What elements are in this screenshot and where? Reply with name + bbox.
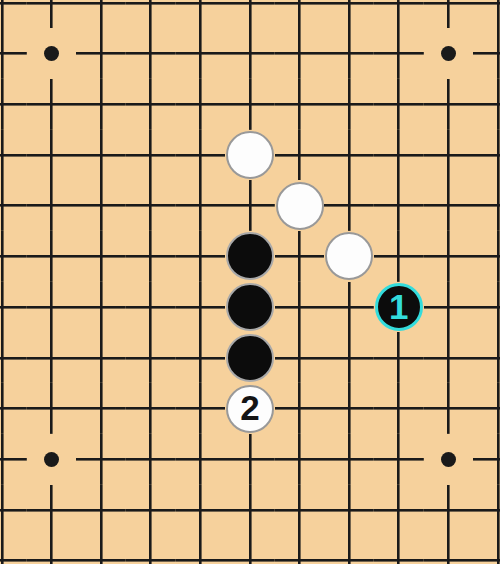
board-intersection[interactable]	[473, 180, 500, 231]
board-intersection[interactable]	[0, 130, 27, 181]
board-intersection[interactable]	[324, 383, 374, 434]
board-intersection[interactable]	[374, 485, 424, 536]
board-intersection[interactable]	[76, 332, 126, 383]
board-intersection[interactable]	[374, 0, 424, 28]
board-intersection[interactable]	[424, 0, 474, 28]
board-intersection[interactable]	[27, 79, 77, 130]
board-intersection[interactable]	[225, 0, 275, 28]
board-intersection[interactable]	[324, 28, 374, 79]
board-intersection[interactable]	[27, 231, 77, 282]
board-intersection[interactable]	[126, 282, 176, 333]
go-board: 12	[0, 0, 500, 564]
board-intersection[interactable]	[126, 79, 176, 130]
black-stone[interactable]	[226, 334, 274, 382]
board-intersection[interactable]	[76, 231, 126, 282]
board-intersection[interactable]	[324, 180, 374, 231]
board-intersection[interactable]	[424, 332, 474, 383]
board-intersection[interactable]	[126, 434, 176, 485]
board-intersection[interactable]	[275, 79, 325, 130]
star-point	[441, 452, 456, 467]
board-intersection[interactable]	[76, 383, 126, 434]
board-intersection[interactable]	[424, 282, 474, 333]
board-intersection[interactable]	[126, 0, 176, 28]
board-intersection[interactable]	[76, 130, 126, 181]
board-intersection[interactable]	[424, 231, 474, 282]
board-intersection[interactable]	[424, 535, 474, 564]
board-intersection[interactable]	[76, 282, 126, 333]
board-intersection[interactable]	[324, 79, 374, 130]
board-intersection[interactable]	[0, 282, 27, 333]
board-intersection[interactable]	[76, 434, 126, 485]
board-intersection[interactable]	[324, 332, 374, 383]
board-intersection[interactable]	[176, 79, 226, 130]
board-intersection[interactable]	[473, 332, 500, 383]
board-intersection[interactable]	[225, 180, 275, 231]
board-intersection[interactable]	[324, 282, 374, 333]
board-intersection[interactable]	[324, 485, 374, 536]
stone-move-label: 2	[240, 390, 259, 425]
board-intersection[interactable]	[176, 383, 226, 434]
board-intersection[interactable]	[176, 282, 226, 333]
board-intersection[interactable]	[27, 130, 77, 181]
board-intersection[interactable]	[275, 434, 325, 485]
board-intersection[interactable]	[275, 535, 325, 564]
board-intersection[interactable]	[176, 434, 226, 485]
board-intersection[interactable]	[473, 434, 500, 485]
board-intersection[interactable]	[126, 535, 176, 564]
board-intersection[interactable]	[176, 180, 226, 231]
board-intersection[interactable]	[225, 485, 275, 536]
board-intersection[interactable]	[126, 231, 176, 282]
board-intersection[interactable]	[76, 0, 126, 28]
board-intersection[interactable]	[275, 282, 325, 333]
black-stone[interactable]	[226, 283, 274, 331]
board-intersection[interactable]	[473, 0, 500, 28]
board-intersection[interactable]	[424, 79, 474, 130]
white-stone[interactable]	[226, 131, 274, 179]
board-intersection[interactable]	[126, 332, 176, 383]
board-intersection[interactable]	[27, 383, 77, 434]
board-intersection[interactable]	[27, 535, 77, 564]
board-intersection[interactable]	[275, 332, 325, 383]
board-intersection[interactable]	[27, 180, 77, 231]
board-intersection[interactable]	[424, 180, 474, 231]
board-intersection[interactable]	[126, 180, 176, 231]
board-intersection[interactable]	[473, 130, 500, 181]
board-intersection[interactable]	[324, 0, 374, 28]
board-intersection[interactable]	[473, 231, 500, 282]
board-intersection[interactable]	[275, 28, 325, 79]
board-intersection[interactable]	[473, 28, 500, 79]
board-intersection[interactable]	[176, 535, 226, 564]
board-intersection[interactable]	[473, 485, 500, 536]
board-intersection[interactable]	[424, 130, 474, 181]
board-intersection[interactable]	[126, 28, 176, 79]
move-2-stone[interactable]: 2	[226, 385, 274, 433]
board-intersection[interactable]	[0, 180, 27, 231]
white-stone[interactable]	[325, 232, 373, 280]
board-intersection[interactable]	[176, 0, 226, 28]
board-intersection[interactable]	[275, 130, 325, 181]
board-intersection[interactable]	[473, 79, 500, 130]
board-intersection[interactable]	[176, 28, 226, 79]
board-intersection[interactable]	[76, 180, 126, 231]
board-intersection[interactable]	[275, 485, 325, 536]
board-intersection[interactable]	[0, 535, 27, 564]
board-intersection[interactable]	[374, 28, 424, 79]
board-intersection[interactable]	[27, 332, 77, 383]
board-intersection[interactable]	[374, 79, 424, 130]
board-intersection[interactable]	[0, 79, 27, 130]
white-stone[interactable]	[276, 182, 324, 230]
board-intersection[interactable]	[76, 28, 126, 79]
star-point	[44, 452, 59, 467]
board-intersection[interactable]	[176, 130, 226, 181]
board-intersection[interactable]	[76, 535, 126, 564]
board-intersection[interactable]	[76, 485, 126, 536]
board-intersection[interactable]	[473, 383, 500, 434]
board-intersection[interactable]	[27, 282, 77, 333]
board-intersection[interactable]	[126, 130, 176, 181]
board-intersection[interactable]	[0, 231, 27, 282]
board-intersection[interactable]	[374, 332, 424, 383]
board-intersection[interactable]	[0, 332, 27, 383]
board-intersection[interactable]	[374, 180, 424, 231]
board-intersection[interactable]	[275, 383, 325, 434]
board-intersection[interactable]	[27, 0, 77, 28]
board-intersection[interactable]	[374, 383, 424, 434]
board-intersection[interactable]	[324, 535, 374, 564]
board-intersection[interactable]	[0, 0, 27, 28]
board-intersection[interactable]	[424, 383, 474, 434]
board-intersection[interactable]	[473, 535, 500, 564]
board-intersection[interactable]	[324, 130, 374, 181]
board-intersection[interactable]	[0, 434, 27, 485]
board-intersection[interactable]	[225, 79, 275, 130]
board-intersection[interactable]	[225, 28, 275, 79]
board-intersection[interactable]	[0, 28, 27, 79]
board-intersection[interactable]	[374, 231, 424, 282]
board-intersection[interactable]	[225, 535, 275, 564]
board-intersection[interactable]	[27, 485, 77, 536]
board-intersection[interactable]	[0, 485, 27, 536]
board-intersection[interactable]	[374, 535, 424, 564]
star-point	[44, 46, 59, 61]
black-stone[interactable]	[226, 232, 274, 280]
stone-move-label: 1	[389, 289, 408, 324]
move-1-stone[interactable]: 1	[375, 283, 423, 331]
board-intersection[interactable]	[76, 79, 126, 130]
board-intersection[interactable]	[374, 434, 424, 485]
board-intersection[interactable]	[424, 485, 474, 536]
star-point	[441, 46, 456, 61]
board-intersection[interactable]	[176, 231, 226, 282]
board-intersection[interactable]	[176, 485, 226, 536]
board-intersection[interactable]	[176, 332, 226, 383]
board-intersection[interactable]	[225, 434, 275, 485]
board-grid: 12	[0, 0, 500, 564]
board-intersection[interactable]	[275, 231, 325, 282]
board-intersection[interactable]	[473, 282, 500, 333]
board-intersection[interactable]	[0, 383, 27, 434]
board-intersection[interactable]	[126, 383, 176, 434]
board-intersection[interactable]	[275, 0, 325, 28]
board-intersection[interactable]	[324, 434, 374, 485]
board-intersection[interactable]	[126, 485, 176, 536]
board-intersection[interactable]	[374, 130, 424, 181]
